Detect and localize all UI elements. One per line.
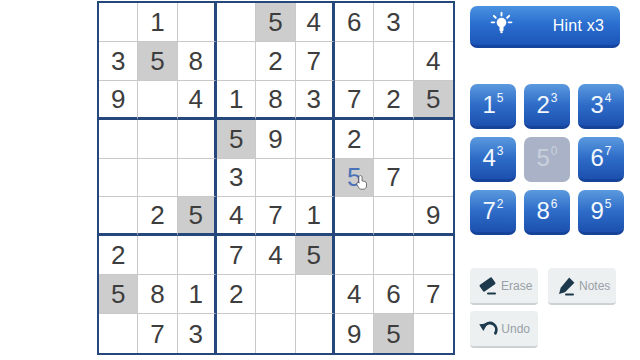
cell-r9c3[interactable]: 3 [178,314,217,353]
hint-label: Hint x3 [553,17,604,35]
cell-r6c6[interactable]: 1 [296,197,335,236]
numpad-remaining-count: 0 [551,145,558,157]
cell-r2c1[interactable]: 3 [99,42,138,81]
cell-r5c5[interactable] [256,159,295,198]
cell-r7c8[interactable] [374,236,413,275]
cell-r3c2[interactable] [138,81,177,120]
cell-digit: 7 [347,86,361,112]
numpad-digit: 8 [536,199,549,223]
cell-r5c6[interactable] [296,159,335,198]
cell-r5c1[interactable] [99,159,138,198]
cell-r7c4[interactable]: 7 [217,236,256,275]
undo-button[interactable]: Undo [470,311,538,348]
cell-digit: 5 [229,126,243,152]
cell-r9c6[interactable] [296,314,335,353]
numpad-button-1[interactable]: 15 [470,84,516,129]
cell-r1c9[interactable] [414,3,453,42]
number-pad: 152334435067728695 [470,84,624,235]
cell-digit: 6 [347,9,361,35]
numpad-remaining-count: 3 [497,145,504,157]
cell-r4c9[interactable] [414,120,453,159]
cell-r8c8[interactable]: 6 [374,275,413,314]
numpad-remaining-count: 4 [605,92,612,104]
cell-digit: 8 [268,86,282,112]
cell-digit: 3 [229,164,243,190]
cell-r7c5[interactable]: 4 [256,236,295,275]
cell-digit: 1 [189,281,203,307]
cell-r1c5[interactable]: 5 [256,3,295,42]
cell-r6c3[interactable]: 5 [178,197,217,236]
cell-r3c6[interactable]: 3 [296,81,335,120]
cell-r9c5[interactable] [256,314,295,353]
cell-digit: 8 [189,48,203,74]
numpad-remaining-count: 5 [605,198,612,210]
cell-r4c1[interactable] [99,120,138,159]
cell-digit: 3 [307,86,321,112]
cell-r3c9[interactable]: 5 [414,81,453,120]
cell-r2c2[interactable]: 5 [138,42,177,81]
cell-r9c4[interactable] [217,314,256,353]
numpad-remaining-count: 3 [551,92,558,104]
cell-digit: 3 [111,48,125,74]
cell-r8c1[interactable]: 5 [99,275,138,314]
cell-digit: 7 [229,242,243,268]
cell-r5c7[interactable]: 5 [335,159,374,198]
cell-r4c8[interactable] [374,120,413,159]
cell-digit: 5 [189,202,203,228]
numpad-button-5[interactable]: 50 [524,137,570,182]
eraser-icon [477,274,501,298]
cell-r6c4[interactable]: 4 [217,197,256,236]
cell-r2c5[interactable]: 2 [256,42,295,81]
numpad-remaining-count: 6 [551,198,558,210]
cell-r7c1[interactable]: 2 [99,236,138,275]
cell-r7c7[interactable] [335,236,374,275]
cell-digit: 4 [189,86,203,112]
cell-digit: 9 [111,86,125,112]
cell-r4c4[interactable]: 5 [217,120,256,159]
cell-r3c3[interactable]: 4 [178,81,217,120]
numpad-digit: 1 [482,93,495,117]
cell-r5c3[interactable] [178,159,217,198]
numpad-digit: 9 [590,199,603,223]
cell-r1c2[interactable]: 1 [138,3,177,42]
numpad-remaining-count: 2 [497,198,504,210]
cell-digit: 4 [229,202,243,228]
cell-r8c4[interactable]: 2 [217,275,256,314]
hint-button[interactable]: Hint x3 [470,6,620,48]
cell-r3c5[interactable]: 8 [256,81,295,120]
cell-digit: 2 [111,242,125,268]
cell-r3c4[interactable]: 1 [217,81,256,120]
cell-digit: 3 [189,321,203,347]
cell-digit: 7 [268,202,282,228]
cell-r2c6[interactable]: 7 [296,42,335,81]
cell-r1c3[interactable] [178,3,217,42]
cell-digit: 5 [307,242,321,268]
numpad-digit: 3 [590,93,603,117]
numpad-digit: 2 [536,93,549,117]
numpad-button-2[interactable]: 23 [524,84,570,129]
cell-digit: 2 [347,126,361,152]
cell-digit: 5 [268,9,282,35]
numpad-button-7[interactable]: 72 [470,190,516,235]
cell-r7c3[interactable] [178,236,217,275]
cell-digit: 7 [150,321,164,347]
numpad-digit: 7 [482,199,495,223]
lightbulb-icon [488,12,515,39]
cell-r8c5[interactable] [256,275,295,314]
cell-r2c3[interactable]: 8 [178,42,217,81]
cell-r4c5[interactable]: 9 [256,120,295,159]
numpad-digit: 5 [536,146,549,170]
cell-digit: 9 [347,321,361,347]
cell-r7c9[interactable] [414,236,453,275]
cell-r9c7[interactable]: 9 [335,314,374,353]
cell-digit: 9 [268,126,282,152]
cell-r8c6[interactable] [296,275,335,314]
numpad-button-6[interactable]: 67 [578,137,624,182]
cell-r2c9[interactable]: 4 [414,42,453,81]
cell-r4c3[interactable] [178,120,217,159]
cell-r6c5[interactable]: 7 [256,197,295,236]
cell-r8c7[interactable]: 4 [335,275,374,314]
cell-r8c3[interactable]: 1 [178,275,217,314]
cell-digit: 4 [268,242,282,268]
cell-r1c6[interactable]: 4 [296,3,335,42]
cell-r5c8[interactable]: 7 [374,159,413,198]
cell-r2c8[interactable] [374,42,413,81]
cell-digit: 1 [229,86,243,112]
cell-r9c8[interactable]: 5 [374,314,413,353]
cell-r3c1[interactable]: 9 [99,81,138,120]
cell-r6c8[interactable] [374,197,413,236]
cell-digit: 9 [426,202,440,228]
cell-digit: 2 [150,202,164,228]
cell-r4c2[interactable] [138,120,177,159]
cell-r1c4[interactable] [217,3,256,42]
cell-digit: 2 [386,86,400,112]
erase-button[interactable]: Erase [470,268,538,305]
pencil-icon [555,274,579,298]
cell-r3c8[interactable]: 2 [374,81,413,120]
cell-r4c6[interactable] [296,120,335,159]
cell-r7c6[interactable]: 5 [296,236,335,275]
undo-label: Undo [501,322,530,336]
numpad-button-4[interactable]: 43 [470,137,516,182]
numpad-button-3[interactable]: 34 [578,84,624,129]
cell-digit: 5 [150,48,164,74]
numpad-digit: 6 [590,146,603,170]
cell-digit: 5 [386,321,400,347]
numpad-remaining-count: 5 [497,92,504,104]
cell-r2c4[interactable] [217,42,256,81]
cell-digit: 8 [150,281,164,307]
cell-r6c1[interactable] [99,197,138,236]
cell-digit: 5 [426,86,440,112]
cell-r6c9[interactable]: 9 [414,197,453,236]
cell-digit: 2 [268,48,282,74]
cell-digit: 1 [307,202,321,228]
cell-r5c4[interactable]: 3 [217,159,256,198]
numpad-button-9[interactable]: 95 [578,190,624,235]
cell-r9c1[interactable] [99,314,138,353]
notes-label: Notes [579,279,610,293]
cell-r9c9[interactable] [414,314,453,353]
erase-label: Erase [501,279,532,293]
cell-r6c2[interactable]: 2 [138,197,177,236]
cell-digit: 7 [386,164,400,190]
cell-r9c2[interactable]: 7 [138,314,177,353]
cell-r8c9[interactable]: 7 [414,275,453,314]
notes-button[interactable]: Notes [548,268,616,305]
numpad-remaining-count: 7 [605,145,612,157]
sudoku-board: 1546335827494183725592357254719274558124… [97,1,455,355]
cell-digit: 5 [111,281,125,307]
cell-digit: 7 [307,48,321,74]
cell-digit: 3 [386,9,400,35]
cell-r3c7[interactable]: 7 [335,81,374,120]
cell-digit: 2 [229,281,243,307]
cell-r8c2[interactable]: 8 [138,275,177,314]
undo-icon [477,317,501,341]
cell-digit: 7 [426,281,440,307]
cell-r5c2[interactable] [138,159,177,198]
numpad-button-8[interactable]: 86 [524,190,570,235]
cell-r1c1[interactable] [99,3,138,42]
cell-digit: 4 [347,281,361,307]
cell-digit: 1 [150,9,164,35]
cell-r1c7[interactable]: 6 [335,3,374,42]
cell-digit: 6 [386,281,400,307]
cell-r6c7[interactable] [335,197,374,236]
hand-cursor-icon [355,174,368,191]
cell-r7c2[interactable] [138,236,177,275]
cell-r5c9[interactable] [414,159,453,198]
cell-digit: 4 [426,48,440,74]
cell-r2c7[interactable] [335,42,374,81]
numpad-digit: 4 [482,146,495,170]
cell-digit: 4 [307,9,321,35]
cell-r1c8[interactable]: 3 [374,3,413,42]
cell-r4c7[interactable]: 2 [335,120,374,159]
